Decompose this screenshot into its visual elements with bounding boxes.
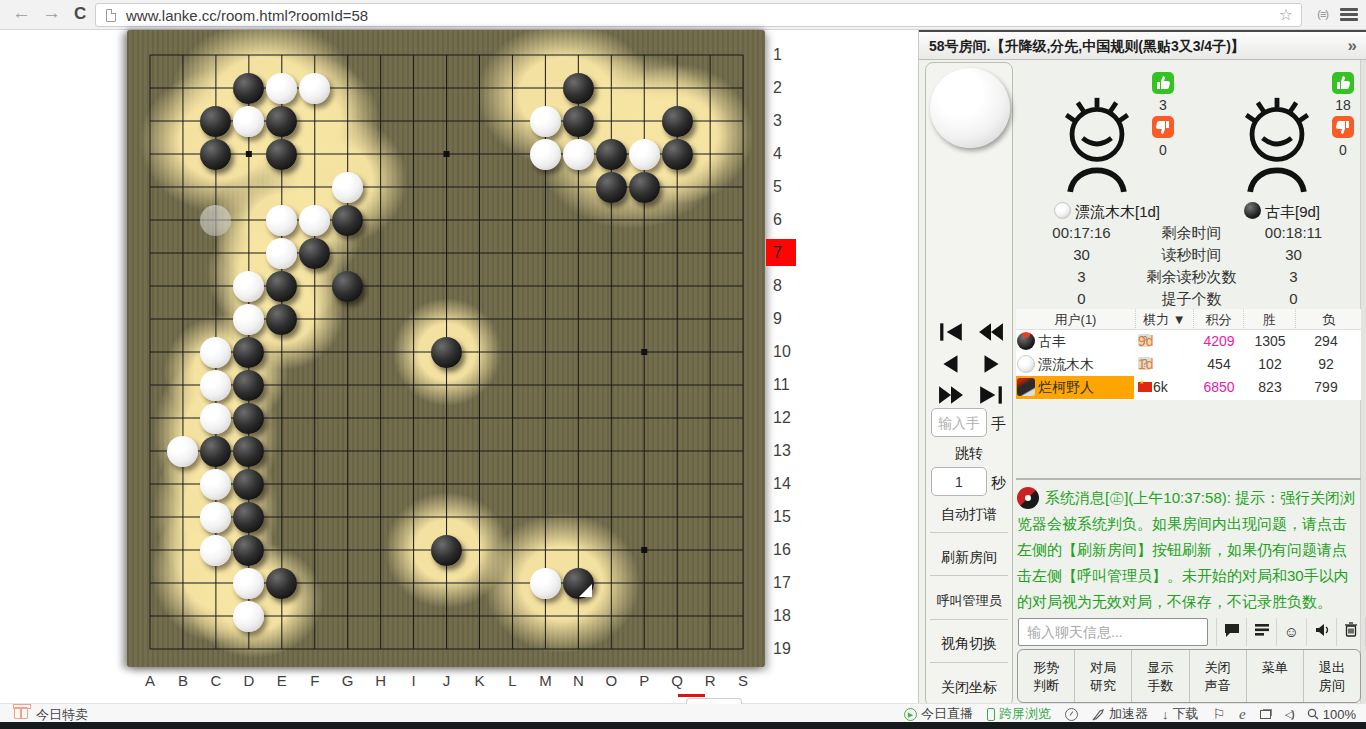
- room-title-bar: 58号房间.【升降级,分先,中国规则(黑贴3又3/4子)】 »: [919, 30, 1366, 60]
- like-icon[interactable]: [1152, 72, 1174, 94]
- row-label: 12: [766, 404, 796, 431]
- go-stone-white: [233, 568, 264, 599]
- go-stone-black: [596, 172, 627, 203]
- column-label: B: [172, 672, 194, 689]
- white-byoyomi: 30: [1039, 246, 1124, 263]
- dislike-icon[interactable]: [1332, 116, 1354, 138]
- column-label: K: [469, 672, 491, 689]
- go-stone-white: [233, 304, 264, 335]
- browser-menu-icon[interactable]: [1340, 8, 1358, 22]
- go-stone-black: [233, 469, 264, 500]
- table-row[interactable]: 漂流木木 ? 1d 454 102 92: [1016, 353, 1361, 376]
- column-label: J: [436, 672, 458, 689]
- go-stone-white: [299, 205, 330, 236]
- user-wins: 823: [1244, 379, 1296, 395]
- accelerator-item[interactable]: 加速器: [1092, 705, 1148, 723]
- row-label: 10: [766, 338, 796, 365]
- col-rank[interactable]: 棋力 ▼: [1136, 309, 1194, 330]
- flag-icon: ⚐: [1212, 706, 1225, 722]
- cross-screen-item[interactable]: 跨屏浏览: [987, 705, 1051, 723]
- user-rank: 6k: [1153, 379, 1168, 395]
- row-label: 11: [766, 371, 796, 398]
- fast-backward-icon[interactable]: [978, 321, 1004, 343]
- column-label: M: [534, 672, 556, 689]
- dislike-icon[interactable]: [1152, 116, 1174, 138]
- taiji-icon: [1017, 487, 1039, 509]
- black-player-avatar: [1229, 88, 1325, 196]
- white-player-name: 漂流木木[1d]: [1075, 203, 1160, 222]
- go-stone-white: [266, 73, 297, 104]
- row-label: 13: [766, 437, 796, 464]
- gauge-icon: [1065, 708, 1078, 721]
- star-point: [641, 349, 647, 355]
- go-stone-white: [629, 139, 660, 170]
- table-row-highlighted[interactable]: 烂柯野人 6k 6850 823 799: [1016, 376, 1361, 399]
- user-wins: 1305: [1244, 333, 1296, 349]
- black-byoyomi: 30: [1251, 246, 1336, 263]
- go-stone-black: [629, 172, 660, 203]
- column-label: F: [304, 672, 326, 689]
- toggle-coords-button[interactable]: 关闭坐标: [926, 679, 1012, 697]
- system-message-body: 提示：强行关闭浏览器会被系统判负。如果房间内出现问题，请点击左侧的【刷新房间】按…: [1017, 489, 1355, 610]
- go-stone-white: [200, 337, 231, 368]
- magnifier-icon: [1307, 708, 1319, 720]
- col-wins[interactable]: 胜: [1244, 309, 1296, 330]
- ie-compat-item[interactable]: e: [1239, 706, 1246, 723]
- statusbar-tab[interactable]: [686, 698, 742, 704]
- user-wins: 102: [1244, 356, 1296, 372]
- row-label: 5: [766, 173, 796, 200]
- chat-bubble-icon[interactable]: [1216, 618, 1246, 646]
- time-label: 剩余时间: [1134, 224, 1249, 243]
- go-stone-black: [233, 502, 264, 533]
- play-circle-icon: ▶: [904, 708, 917, 721]
- jump-button[interactable]: 跳转: [926, 445, 1012, 463]
- go-stone-white: [233, 601, 264, 632]
- go-stone-black: [233, 403, 264, 434]
- menu-button[interactable]: 菜单: [1247, 650, 1304, 702]
- user-score: 4209: [1194, 333, 1244, 349]
- go-to-end-icon[interactable]: [978, 384, 1004, 406]
- user-score: 454: [1194, 356, 1244, 372]
- page-zoom-item[interactable]: 100%: [1307, 707, 1356, 722]
- go-stone-white: [299, 73, 330, 104]
- bottom-button-bar: 形势判断 对局研究 显示手数 关闭声音 菜单 退出房间: [1017, 649, 1361, 703]
- system-message-prefix: 系统消息[㊣](上午10:37:58):: [1045, 489, 1231, 506]
- mute-sound-button[interactable]: 关闭声音: [1190, 650, 1247, 702]
- autoplay-button[interactable]: 自动打谱: [926, 506, 1012, 524]
- screen: ← → C www.lanke.cc/room.html?roomId=58 ☆…: [0, 0, 1366, 729]
- user-rank: 1d: [1138, 356, 1154, 372]
- user-score: 6850: [1194, 379, 1244, 395]
- download-icon: ↓: [1162, 707, 1169, 722]
- go-stone-black: [266, 106, 297, 137]
- go-stone-black: [233, 535, 264, 566]
- move-number-input[interactable]: [931, 408, 987, 437]
- sound-item[interactable]: ◁): [1285, 708, 1293, 721]
- go-stone-white: [200, 370, 231, 401]
- go-stone-black: [266, 304, 297, 335]
- control-column: 手 跳转 秒 自动打谱 刷新房间 呼叫管理员 视角切换 关闭坐标: [925, 62, 1013, 707]
- go-stone-black: [431, 337, 462, 368]
- refresh-room-button[interactable]: 刷新房间: [926, 549, 1012, 567]
- announce-horn-icon[interactable]: [1306, 618, 1336, 646]
- black-player-name: 古丰[9d]: [1265, 203, 1320, 222]
- divider: [930, 662, 1008, 663]
- column-q-marker: [678, 694, 705, 697]
- go-stone-white: [167, 436, 198, 467]
- gift-icon: [14, 707, 28, 719]
- row-label: 1: [766, 41, 796, 68]
- situation-judge-button[interactable]: 形势判断: [1018, 650, 1075, 702]
- go-stone-white: [200, 502, 231, 533]
- go-stone-black: [299, 238, 330, 269]
- go-stone-white: [563, 139, 594, 170]
- go-stone-black: [266, 139, 297, 170]
- reload-icon[interactable]: C: [74, 4, 86, 24]
- url-text[interactable]: www.lanke.cc/room.html?roomId=58: [126, 7, 368, 24]
- column-label: C: [205, 672, 227, 689]
- column-label: G: [337, 672, 359, 689]
- row-label: 9: [766, 305, 796, 332]
- col-user[interactable]: 用户(1): [1016, 309, 1136, 330]
- go-stone-white: [233, 106, 264, 137]
- ie-icon: e: [1239, 706, 1246, 723]
- star-point: [641, 547, 647, 553]
- column-label: N: [567, 672, 589, 689]
- user-losses: 799: [1296, 379, 1356, 395]
- flag-item[interactable]: ⚐: [1212, 706, 1225, 722]
- go-stone-black: [332, 205, 363, 236]
- column-label: S: [732, 672, 754, 689]
- row-label: 2: [766, 74, 796, 101]
- call-admin-button[interactable]: 呼叫管理员: [926, 592, 1012, 610]
- column-label: P: [633, 672, 655, 689]
- black-periods: 3: [1251, 268, 1336, 285]
- column-label: O: [600, 672, 622, 689]
- byoyomi-label: 读秒时间: [1134, 246, 1249, 265]
- table-row[interactable]: 古丰 ? 9d 4209 1305 294: [1016, 330, 1361, 353]
- go-stone-white: [530, 139, 561, 170]
- url-bar[interactable]: www.lanke.cc/room.html?roomId=58 ☆: [95, 3, 1302, 27]
- screen-bottom-strip: [0, 722, 1366, 729]
- ghost-stone-preview: [200, 205, 231, 236]
- col-losses[interactable]: 负: [1296, 309, 1361, 330]
- download-item[interactable]: ↓下载: [1162, 705, 1199, 723]
- go-stone-black: [200, 139, 231, 170]
- black-time: 00:18:11: [1251, 224, 1336, 241]
- row-label: 7: [766, 239, 796, 266]
- column-label: Q: [666, 672, 688, 689]
- go-stone-black: [233, 370, 264, 401]
- column-label: H: [370, 672, 392, 689]
- star-point: [444, 151, 450, 157]
- go-stone-black: [563, 73, 594, 104]
- go-stone-black: [200, 106, 231, 137]
- go-stone-black: [266, 271, 297, 302]
- column-label: A: [139, 672, 161, 689]
- user-rank: 9d: [1138, 333, 1154, 349]
- system-message: 系统消息[㊣](上午10:37:58): 提示：强行关闭浏览器会被系统判负。如果…: [1017, 485, 1361, 615]
- game-research-button[interactable]: 对局研究: [1075, 650, 1132, 702]
- step-backward-icon[interactable]: [938, 353, 964, 375]
- divider: [930, 575, 1008, 576]
- go-stone-black: [596, 139, 627, 170]
- like-icon[interactable]: [1332, 72, 1354, 94]
- go-stone-white: [200, 535, 231, 566]
- emoji-icon[interactable]: ☺: [1276, 618, 1306, 646]
- dislike-count: 0: [1332, 142, 1354, 158]
- speed-gauge-item[interactable]: [1065, 708, 1078, 721]
- go-stone-white: [200, 469, 231, 500]
- row-label: 6: [766, 206, 796, 233]
- interval-unit-label: 秒: [991, 474, 1006, 493]
- go-stone-black: [662, 106, 693, 137]
- row-label: 8: [766, 272, 796, 299]
- speaker-icon: ◁): [1285, 708, 1293, 721]
- periods-label: 剩余读秒次数: [1134, 268, 1249, 287]
- go-stone-black: [332, 271, 363, 302]
- user-losses: 294: [1296, 333, 1356, 349]
- go-stone-black: [431, 535, 462, 566]
- last-move-marker: [579, 584, 592, 597]
- like-count: 3: [1152, 97, 1174, 113]
- phone-icon: [987, 708, 995, 721]
- rocket-icon: [1092, 708, 1105, 721]
- go-stone-white: [332, 172, 363, 203]
- column-label: E: [271, 672, 293, 689]
- row-label: 19: [766, 635, 796, 662]
- user-avatar: [1017, 355, 1035, 373]
- switch-view-button[interactable]: 视角切换: [926, 635, 1012, 653]
- row-label: 3: [766, 107, 796, 134]
- user-name: 烂柯野人: [1038, 379, 1094, 397]
- go-board[interactable]: [127, 30, 765, 667]
- user-name: 古丰: [1038, 333, 1066, 351]
- divider: [930, 619, 1008, 620]
- chat-log-icon[interactable]: [1246, 618, 1276, 646]
- white-player-avatar: [1049, 88, 1145, 196]
- go-stone-black: [266, 568, 297, 599]
- show-move-numbers-button[interactable]: 显示手数: [1132, 650, 1189, 702]
- move-unit-label: 手: [991, 415, 1006, 434]
- go-stone-white: [266, 205, 297, 236]
- white-time: 00:17:16: [1039, 224, 1124, 241]
- go-stone-white: [233, 271, 264, 302]
- room-title: 58号房间.【升降级,分先,中国规则(黑贴3又3/4子)】: [929, 38, 1245, 56]
- captures-label: 提子个数: [1134, 290, 1249, 309]
- white-stone-icon: [1054, 202, 1071, 219]
- go-stone-black: [563, 568, 594, 599]
- china-flag-badge: [1138, 382, 1152, 392]
- black-stone-icon: [1244, 202, 1261, 219]
- exit-room-button[interactable]: 退出房间: [1304, 650, 1360, 702]
- go-stone-white: [200, 403, 231, 434]
- chat-input[interactable]: [1018, 618, 1208, 646]
- white-captures: 0: [1039, 290, 1124, 307]
- collapse-panel-icon[interactable]: »: [1348, 36, 1357, 56]
- white-periods: 3: [1039, 268, 1124, 285]
- go-stone-black: [233, 73, 264, 104]
- go-stone-white: [530, 568, 561, 599]
- row-label: 15: [766, 503, 796, 530]
- page-icon: [106, 9, 116, 22]
- window-mode-item[interactable]: [1260, 710, 1271, 719]
- forward-icon[interactable]: →: [42, 2, 61, 24]
- step-forward-icon[interactable]: [978, 353, 1004, 375]
- go-stone-black: [200, 436, 231, 467]
- user-name: 漂流木木: [1038, 356, 1094, 374]
- column-label: L: [501, 672, 523, 689]
- dislike-count: 0: [1152, 142, 1174, 158]
- go-stone-black: [233, 436, 264, 467]
- interval-input[interactable]: [931, 467, 987, 496]
- user-avatar: [1017, 378, 1035, 396]
- room-panel: 58号房间.【升降级,分先,中国规则(黑贴3又3/4子)】 » 手 跳转 秒 自…: [918, 30, 1366, 705]
- go-stone-white: [530, 106, 561, 137]
- row-label: 14: [766, 470, 796, 497]
- divider: [1016, 478, 1361, 480]
- column-label: R: [699, 672, 721, 689]
- extension-icon[interactable]: (≡): [1317, 8, 1328, 20]
- like-count: 18: [1332, 97, 1354, 113]
- go-stone-white: [266, 238, 297, 269]
- row-label: 4: [766, 140, 796, 167]
- go-stone-black: [662, 139, 693, 170]
- row-label: 16: [766, 536, 796, 563]
- window-icon: [1260, 710, 1271, 719]
- row-label: 18: [766, 602, 796, 629]
- row-label: 17: [766, 569, 796, 596]
- column-label: D: [238, 672, 260, 689]
- user-avatar: [1017, 332, 1035, 350]
- divider: [930, 532, 1008, 533]
- turn-indicator-white-stone: [930, 68, 1010, 148]
- live-stream-item[interactable]: ▶今日直播: [904, 705, 973, 723]
- browser-toolbar: ← → C www.lanke.cc/room.html?roomId=58 ☆…: [0, 0, 1366, 30]
- bookmark-star-icon[interactable]: ☆: [1279, 5, 1293, 24]
- go-stone-black: [563, 106, 594, 137]
- go-to-start-icon[interactable]: [938, 321, 964, 343]
- col-score[interactable]: 积分: [1194, 309, 1244, 330]
- back-icon[interactable]: ←: [12, 2, 31, 24]
- trash-icon[interactable]: [1336, 618, 1366, 646]
- fast-forward-icon[interactable]: [938, 384, 964, 406]
- star-point: [246, 151, 252, 157]
- black-captures: 0: [1251, 290, 1336, 307]
- user-losses: 92: [1296, 356, 1356, 372]
- go-stone-black: [233, 337, 264, 368]
- user-table: 用户(1) 棋力 ▼ 积分 胜 负 古丰 ? 9d 4209 1305 294 …: [1016, 309, 1361, 400]
- column-label: I: [403, 672, 425, 689]
- browser-status-bar: 今日特卖 ▶今日直播 跨屏浏览 加速器 ↓下载 ⚐ e ◁) 100%: [0, 703, 1366, 723]
